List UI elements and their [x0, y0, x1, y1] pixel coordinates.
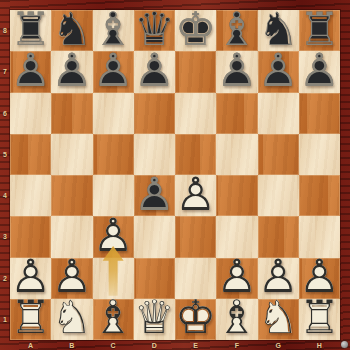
piece-black-pawn[interactable]: ♟♙ [10, 51, 51, 92]
file-label-c: C [93, 340, 134, 350]
square-g3[interactable] [258, 216, 299, 257]
white-pawn-icon: ♟ [175, 170, 216, 216]
black-queen-icon: ♛ [134, 5, 175, 51]
rank-label-6: 6 [0, 93, 10, 134]
white-knight-outline-icon: ♘ [51, 294, 92, 340]
white-knight-icon: ♞ [258, 294, 299, 340]
piece-black-pawn[interactable]: ♟♙ [93, 51, 134, 92]
square-d2[interactable] [134, 258, 175, 299]
piece-white-pawn[interactable]: ♟♙ [175, 175, 216, 216]
white-bishop-outline-icon: ♗ [216, 294, 257, 340]
square-e2[interactable] [175, 258, 216, 299]
white-queen-icon: ♛ [134, 294, 175, 340]
white-pawn-outline-icon: ♙ [258, 253, 299, 299]
piece-black-rook[interactable]: ♜♖ [299, 10, 340, 51]
square-g7[interactable]: ♟♙ [258, 51, 299, 92]
white-pawn-icon: ♟ [216, 253, 257, 299]
square-f5[interactable] [216, 134, 257, 175]
black-pawn-outline-icon: ♙ [134, 170, 175, 216]
square-a4[interactable] [10, 175, 51, 216]
square-d1[interactable]: ♛♕ [134, 299, 175, 340]
black-pawn-outline-icon: ♙ [134, 47, 175, 93]
square-h1[interactable]: ♜♖ [299, 299, 340, 340]
rank-label-4: 4 [0, 175, 10, 216]
chess-board: ♜♖♞♘♝♗♛♕♚♔♝♗♞♘♜♖♟♙♟♙♟♙♟♙♟♙♟♙♟♙♟♙♟♙♟♙♟♙♟♙… [10, 10, 340, 340]
black-pawn-icon: ♟ [134, 47, 175, 93]
square-e1[interactable]: ♚♔ [175, 299, 216, 340]
file-label-e: E [175, 340, 216, 350]
square-h6[interactable] [299, 93, 340, 134]
piece-white-rook[interactable]: ♜♖ [299, 299, 340, 340]
black-rook-icon: ♜ [10, 5, 51, 51]
black-pawn-outline-icon: ♙ [10, 47, 51, 93]
piece-white-knight[interactable]: ♞♘ [51, 299, 92, 340]
piece-black-pawn[interactable]: ♟♙ [134, 175, 175, 216]
square-c3[interactable]: ♟♙ [93, 216, 134, 257]
white-pawn-icon: ♟ [93, 212, 134, 258]
square-b8[interactable]: ♞♘ [51, 10, 92, 51]
square-f3[interactable] [216, 216, 257, 257]
square-f6[interactable] [216, 93, 257, 134]
square-c5[interactable] [93, 134, 134, 175]
piece-black-queen[interactable]: ♛♕ [134, 10, 175, 51]
black-rook-outline-icon: ♖ [10, 5, 51, 51]
square-c7[interactable]: ♟♙ [93, 51, 134, 92]
black-bishop-outline-icon: ♗ [93, 5, 134, 51]
black-bishop-outline-icon: ♗ [216, 5, 257, 51]
file-label-a: A [10, 340, 51, 350]
square-g2[interactable]: ♟♙ [258, 258, 299, 299]
black-rook-icon: ♜ [299, 5, 340, 51]
square-a8[interactable]: ♜♖ [10, 10, 51, 51]
black-pawn-outline-icon: ♙ [299, 47, 340, 93]
black-knight-icon: ♞ [258, 5, 299, 51]
square-a2[interactable]: ♟♙ [10, 258, 51, 299]
rank-label-5: 5 [0, 134, 10, 175]
white-pawn-outline-icon: ♙ [10, 253, 51, 299]
square-g4[interactable] [258, 175, 299, 216]
piece-white-pawn[interactable]: ♟♙ [216, 258, 257, 299]
white-rook-outline-icon: ♖ [299, 294, 340, 340]
white-knight-outline-icon: ♘ [258, 294, 299, 340]
square-a6[interactable] [10, 93, 51, 134]
piece-black-pawn[interactable]: ♟♙ [51, 51, 92, 92]
file-label-d: D [134, 340, 175, 350]
white-pawn-outline-icon: ♙ [175, 170, 216, 216]
white-pawn-outline-icon: ♙ [299, 253, 340, 299]
square-a1[interactable]: ♜♖ [10, 299, 51, 340]
piece-black-pawn[interactable]: ♟♙ [258, 51, 299, 92]
piece-white-pawn[interactable]: ♟♙ [93, 216, 134, 257]
black-pawn-outline-icon: ♙ [51, 47, 92, 93]
file-label-f: F [216, 340, 257, 350]
file-label-h: H [299, 340, 340, 350]
rank-label-8: 8 [0, 10, 10, 51]
white-pawn-outline-icon: ♙ [51, 253, 92, 299]
black-pawn-icon: ♟ [216, 47, 257, 93]
square-b2[interactable]: ♟♙ [51, 258, 92, 299]
black-bishop-icon: ♝ [216, 5, 257, 51]
rank-label-1: 1 [0, 299, 10, 340]
square-b3[interactable] [51, 216, 92, 257]
square-d3[interactable] [134, 216, 175, 257]
square-f8[interactable]: ♝♗ [216, 10, 257, 51]
white-pawn-outline-icon: ♙ [93, 212, 134, 258]
black-king-outline-icon: ♔ [175, 5, 216, 51]
square-b4[interactable] [51, 175, 92, 216]
square-d7[interactable]: ♟♙ [134, 51, 175, 92]
piece-white-knight[interactable]: ♞♘ [258, 299, 299, 340]
square-b7[interactable]: ♟♙ [51, 51, 92, 92]
black-pawn-outline-icon: ♙ [93, 47, 134, 93]
square-g6[interactable] [258, 93, 299, 134]
black-pawn-icon: ♟ [93, 47, 134, 93]
square-f7[interactable]: ♟♙ [216, 51, 257, 92]
square-h4[interactable] [299, 175, 340, 216]
black-pawn-icon: ♟ [10, 47, 51, 93]
square-e8[interactable]: ♚♔ [175, 10, 216, 51]
square-e4[interactable]: ♟♙ [175, 175, 216, 216]
square-e3[interactable] [175, 216, 216, 257]
square-h7[interactable]: ♟♙ [299, 51, 340, 92]
black-pawn-outline-icon: ♙ [216, 47, 257, 93]
piece-white-king[interactable]: ♚♔ [175, 299, 216, 340]
rank-label-7: 7 [0, 51, 10, 92]
piece-white-bishop[interactable]: ♝♗ [216, 299, 257, 340]
piece-black-pawn[interactable]: ♟♙ [134, 51, 175, 92]
piece-black-knight[interactable]: ♞♘ [258, 10, 299, 51]
white-bishop-outline-icon: ♗ [93, 294, 134, 340]
white-pawn-icon: ♟ [299, 253, 340, 299]
white-pawn-icon: ♟ [51, 253, 92, 299]
piece-white-pawn[interactable]: ♟♙ [10, 258, 51, 299]
square-e6[interactable] [175, 93, 216, 134]
square-h5[interactable] [299, 134, 340, 175]
square-e5[interactable] [175, 134, 216, 175]
piece-black-pawn[interactable]: ♟♙ [299, 51, 340, 92]
square-g5[interactable] [258, 134, 299, 175]
square-b1[interactable]: ♞♘ [51, 299, 92, 340]
white-bishop-icon: ♝ [93, 294, 134, 340]
piece-black-king[interactable]: ♚♔ [175, 10, 216, 51]
black-pawn-icon: ♟ [51, 47, 92, 93]
piece-white-rook[interactable]: ♜♖ [10, 299, 51, 340]
rank-label-2: 2 [0, 258, 10, 299]
square-e7[interactable] [175, 51, 216, 92]
square-d8[interactable]: ♛♕ [134, 10, 175, 51]
square-d4[interactable]: ♟♙ [134, 175, 175, 216]
white-rook-icon: ♜ [299, 294, 340, 340]
white-pawn-outline-icon: ♙ [216, 253, 257, 299]
piece-white-queen[interactable]: ♛♕ [134, 299, 175, 340]
black-queen-outline-icon: ♕ [134, 5, 175, 51]
black-knight-outline-icon: ♘ [258, 5, 299, 51]
square-f4[interactable] [216, 175, 257, 216]
square-f2[interactable]: ♟♙ [216, 258, 257, 299]
white-pawn-icon: ♟ [10, 253, 51, 299]
black-king-icon: ♚ [175, 5, 216, 51]
white-bishop-icon: ♝ [216, 294, 257, 340]
black-bishop-icon: ♝ [93, 5, 134, 51]
rank-label-3: 3 [0, 216, 10, 257]
piece-black-pawn[interactable]: ♟♙ [216, 51, 257, 92]
file-label-b: B [51, 340, 92, 350]
square-g8[interactable]: ♞♘ [258, 10, 299, 51]
white-king-outline-icon: ♔ [175, 294, 216, 340]
piece-black-rook[interactable]: ♜♖ [10, 10, 51, 51]
square-c4[interactable] [93, 175, 134, 216]
white-king-icon: ♚ [175, 294, 216, 340]
chess-board-frame: ♜♖♞♘♝♗♛♕♚♔♝♗♞♘♜♖♟♙♟♙♟♙♟♙♟♙♟♙♟♙♟♙♟♙♟♙♟♙♟♙… [0, 0, 350, 350]
square-a7[interactable]: ♟♙ [10, 51, 51, 92]
square-c1[interactable]: ♝♗ [93, 299, 134, 340]
black-knight-outline-icon: ♘ [51, 5, 92, 51]
black-pawn-icon: ♟ [258, 47, 299, 93]
square-a5[interactable] [10, 134, 51, 175]
white-rook-icon: ♜ [10, 294, 51, 340]
square-d5[interactable] [134, 134, 175, 175]
square-h3[interactable] [299, 216, 340, 257]
square-h8[interactable]: ♜♖ [299, 10, 340, 51]
piece-white-pawn[interactable]: ♟♙ [51, 258, 92, 299]
piece-white-pawn[interactable]: ♟♙ [258, 258, 299, 299]
square-a3[interactable] [10, 216, 51, 257]
black-rook-outline-icon: ♖ [299, 5, 340, 51]
black-pawn-icon: ♟ [134, 170, 175, 216]
corner-dot-icon [341, 341, 348, 348]
black-pawn-outline-icon: ♙ [258, 47, 299, 93]
piece-white-bishop[interactable]: ♝♗ [93, 299, 134, 340]
square-b5[interactable] [51, 134, 92, 175]
square-c8[interactable]: ♝♗ [93, 10, 134, 51]
white-queen-outline-icon: ♕ [134, 294, 175, 340]
square-g1[interactable]: ♞♘ [258, 299, 299, 340]
white-knight-icon: ♞ [51, 294, 92, 340]
square-d6[interactable] [134, 93, 175, 134]
piece-black-bishop[interactable]: ♝♗ [93, 10, 134, 51]
white-rook-outline-icon: ♖ [10, 294, 51, 340]
black-pawn-icon: ♟ [299, 47, 340, 93]
square-c6[interactable] [93, 93, 134, 134]
square-c2[interactable] [93, 258, 134, 299]
white-pawn-icon: ♟ [258, 253, 299, 299]
piece-black-knight[interactable]: ♞♘ [51, 10, 92, 51]
file-label-g: G [258, 340, 299, 350]
square-f1[interactable]: ♝♗ [216, 299, 257, 340]
piece-white-pawn[interactable]: ♟♙ [299, 258, 340, 299]
square-h2[interactable]: ♟♙ [299, 258, 340, 299]
black-knight-icon: ♞ [51, 5, 92, 51]
piece-black-bishop[interactable]: ♝♗ [216, 10, 257, 51]
square-b6[interactable] [51, 93, 92, 134]
